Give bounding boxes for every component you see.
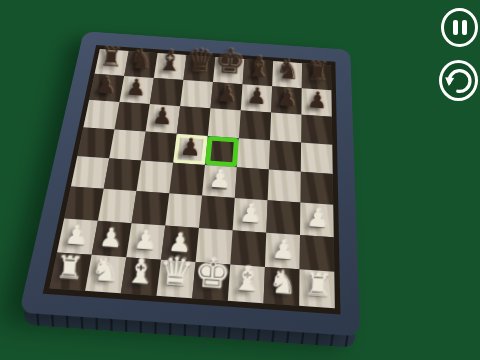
square-a4[interactable] bbox=[71, 156, 109, 189]
square-d6[interactable] bbox=[177, 106, 211, 136]
square-b6[interactable] bbox=[114, 102, 149, 132]
square-d1[interactable]: ♛ bbox=[156, 260, 195, 299]
white-rook-h1[interactable]: ♜ bbox=[299, 269, 337, 303]
square-d3[interactable] bbox=[165, 193, 202, 228]
square-e5[interactable] bbox=[205, 136, 239, 167]
white-pawn-f3[interactable]: ♟ bbox=[233, 200, 268, 228]
square-g6[interactable] bbox=[270, 113, 301, 143]
board-squares-grid: ♜♞♝♛♚♝♞♜♟♟♟♟♟♟♟♟♟♟♟♟♟♟♟♟♜♞♝♛♚♝♞♜ bbox=[43, 45, 341, 315]
square-h3[interactable]: ♟ bbox=[300, 202, 334, 237]
black-pawn-h7[interactable]: ♟ bbox=[302, 88, 334, 113]
black-knight-g8[interactable]: ♞ bbox=[272, 55, 303, 84]
square-f3[interactable]: ♟ bbox=[233, 198, 268, 233]
square-g5[interactable] bbox=[269, 140, 301, 171]
square-f4[interactable] bbox=[235, 167, 269, 200]
black-pawn-f7[interactable]: ♟ bbox=[241, 84, 273, 109]
square-d8[interactable]: ♛ bbox=[183, 55, 215, 82]
square-h6[interactable] bbox=[301, 115, 332, 145]
white-bishop-c1[interactable]: ♝ bbox=[122, 253, 160, 290]
square-c3[interactable] bbox=[132, 191, 170, 226]
square-c6[interactable]: ♟ bbox=[146, 104, 181, 134]
square-e3[interactable] bbox=[199, 196, 235, 231]
square-g4[interactable] bbox=[268, 169, 301, 202]
black-bishop-f8[interactable]: ♝ bbox=[243, 52, 274, 83]
black-queen-d8[interactable]: ♛ bbox=[184, 44, 216, 78]
board-scene: ♜♞♝♛♚♝♞♜♟♟♟♟♟♟♟♟♟♟♟♟♟♟♟♟♜♞♝♛♚♝♞♜ bbox=[45, 5, 365, 325]
square-g1[interactable]: ♞ bbox=[263, 267, 299, 306]
square-e4[interactable]: ♟ bbox=[202, 165, 237, 198]
square-f7[interactable]: ♟ bbox=[241, 84, 272, 112]
white-pawn-h3[interactable]: ♟ bbox=[300, 205, 335, 233]
square-b7[interactable]: ♟ bbox=[119, 76, 153, 104]
white-knight-b1[interactable]: ♞ bbox=[86, 253, 124, 288]
black-pawn-e7[interactable]: ♟ bbox=[211, 81, 243, 106]
white-pawn-g2[interactable]: ♟ bbox=[265, 235, 301, 263]
square-h4[interactable] bbox=[300, 172, 333, 205]
square-a7[interactable]: ♟ bbox=[89, 74, 124, 102]
black-pawn-a7[interactable]: ♟ bbox=[90, 73, 122, 98]
square-b4[interactable] bbox=[104, 158, 141, 191]
pause-button[interactable] bbox=[441, 8, 478, 47]
white-queen-d1[interactable]: ♛ bbox=[157, 251, 195, 292]
perspective-wrapper: ♜♞♝♛♚♝♞♜♟♟♟♟♟♟♟♟♟♟♟♟♟♟♟♟♜♞♝♛♚♝♞♜ bbox=[45, 5, 365, 325]
chess-board: ♜♞♝♛♚♝♞♜♟♟♟♟♟♟♟♟♟♟♟♟♟♟♟♟♜♞♝♛♚♝♞♜ bbox=[19, 31, 360, 336]
square-d4[interactable] bbox=[169, 163, 205, 196]
square-h5[interactable] bbox=[301, 142, 333, 173]
square-c8[interactable]: ♝ bbox=[154, 53, 187, 80]
square-f6[interactable] bbox=[239, 110, 271, 140]
square-b3[interactable] bbox=[98, 189, 137, 223]
white-pawn-e4[interactable]: ♟ bbox=[203, 166, 237, 193]
square-g3[interactable] bbox=[266, 200, 300, 235]
square-f1[interactable]: ♝ bbox=[228, 265, 265, 304]
square-c4[interactable] bbox=[136, 161, 173, 194]
square-e6[interactable] bbox=[208, 108, 241, 138]
black-king-e8[interactable]: ♚ bbox=[213, 44, 245, 80]
square-c1[interactable]: ♝ bbox=[121, 257, 161, 296]
pause-icon bbox=[453, 20, 458, 35]
undo-circular-arrow-icon bbox=[444, 66, 474, 96]
white-knight-g1[interactable]: ♞ bbox=[264, 265, 302, 300]
white-king-e1[interactable]: ♚ bbox=[193, 251, 231, 295]
square-a1[interactable]: ♜ bbox=[49, 252, 91, 290]
black-pawn-b7[interactable]: ♟ bbox=[120, 75, 152, 100]
square-f5[interactable] bbox=[237, 138, 270, 169]
square-h1[interactable]: ♜ bbox=[299, 269, 335, 308]
white-pawn-b2[interactable]: ♟ bbox=[93, 223, 129, 251]
square-g7[interactable]: ♟ bbox=[271, 86, 302, 114]
black-pawn-d5[interactable]: ♟ bbox=[174, 134, 207, 160]
black-rook-a8[interactable]: ♜ bbox=[95, 44, 126, 72]
square-a6[interactable] bbox=[83, 100, 119, 130]
black-pawn-g7[interactable]: ♟ bbox=[271, 86, 303, 111]
square-d5[interactable]: ♟ bbox=[173, 134, 208, 165]
square-d7[interactable] bbox=[180, 80, 213, 108]
square-b1[interactable]: ♞ bbox=[85, 255, 126, 293]
black-bishop-c8[interactable]: ♝ bbox=[154, 45, 185, 76]
white-bishop-f1[interactable]: ♝ bbox=[228, 260, 266, 297]
square-c5[interactable] bbox=[141, 132, 177, 163]
pause-icon bbox=[462, 20, 467, 35]
black-knight-b8[interactable]: ♞ bbox=[125, 45, 156, 74]
square-h7[interactable]: ♟ bbox=[301, 88, 331, 117]
square-b5[interactable] bbox=[109, 129, 145, 160]
square-e7[interactable]: ♟ bbox=[210, 82, 242, 110]
black-rook-h8[interactable]: ♜ bbox=[302, 58, 333, 86]
app-screen: ♜♞♝♛♚♝♞♜♟♟♟♟♟♟♟♟♟♟♟♟♟♟♟♟♜♞♝♛♚♝♞♜ bbox=[0, 0, 480, 360]
white-rook-a1[interactable]: ♜ bbox=[51, 251, 89, 285]
black-pawn-c6[interactable]: ♟ bbox=[146, 104, 179, 129]
white-pawn-a2[interactable]: ♟ bbox=[58, 221, 94, 249]
square-e1[interactable]: ♚ bbox=[192, 262, 230, 301]
undo-button[interactable] bbox=[439, 60, 478, 101]
